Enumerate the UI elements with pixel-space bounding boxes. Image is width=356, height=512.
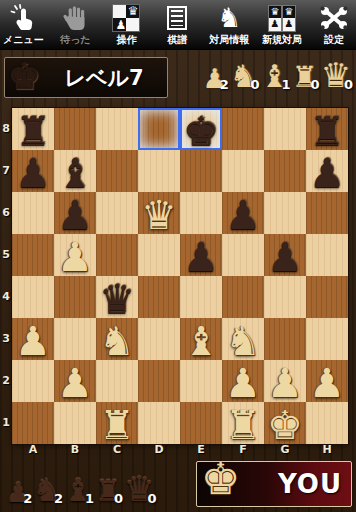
piece-black-pawn-h7[interactable]: ♟	[306, 152, 348, 194]
captured-count: 2	[54, 491, 63, 506]
rank-label-6: 6	[0, 192, 12, 234]
square-f8[interactable]	[222, 108, 264, 150]
captured-count: 0	[310, 77, 319, 92]
square-a6[interactable]	[12, 192, 54, 234]
toolbar-item-label: 操作	[116, 33, 136, 47]
square-e5[interactable]: ♟	[180, 234, 222, 276]
file-labels: ABCDEFGH	[12, 444, 356, 456]
square-h5[interactable]	[306, 234, 348, 276]
piece-black-queen-c4[interactable]: ♛	[96, 278, 138, 320]
piece-black-pawn-a7[interactable]: ♟	[12, 152, 54, 194]
captured-white-bishop: ♝1	[261, 61, 291, 92]
square-d2[interactable]	[138, 360, 180, 402]
square-d4[interactable]	[138, 276, 180, 318]
captured-count: 0	[251, 77, 260, 92]
piece-black-bishop-b7[interactable]: ♝	[54, 152, 96, 194]
rank-label-4: 4	[0, 276, 12, 318]
square-h7[interactable]: ♟	[306, 150, 348, 192]
rank-label-2: 2	[0, 360, 12, 402]
toolbar: メニュー待った♛♟操作棋譜♞対局情報♛♟♛♟新規対局設定	[0, 0, 356, 50]
square-c6[interactable]	[96, 192, 138, 234]
square-c7[interactable]	[96, 150, 138, 192]
square-f7[interactable]	[222, 150, 264, 192]
square-b8[interactable]	[54, 108, 96, 150]
piece-white-queen-d6[interactable]: ♛	[138, 194, 180, 236]
square-b1[interactable]	[54, 402, 96, 444]
square-b4[interactable]	[54, 276, 96, 318]
file-label-f: F	[222, 444, 264, 456]
document-lines-icon	[167, 3, 187, 33]
square-d3[interactable]	[138, 318, 180, 360]
opponent-level-box: ♚ レベル7	[4, 57, 168, 98]
piece-white-knight-c3[interactable]: ♞	[96, 320, 138, 362]
captured-count: 2	[23, 491, 32, 506]
knight-icon: ♞	[217, 3, 241, 33]
white-king-icon: ♚	[201, 457, 240, 501]
piece-black-king-e8[interactable]: ♚	[180, 110, 222, 152]
piece-black-pawn-e5[interactable]: ♟	[180, 236, 222, 278]
tools-icon	[319, 3, 349, 33]
captured-white-rook: ♜0	[291, 63, 319, 92]
square-c5[interactable]	[96, 234, 138, 276]
opponent-captured-tray: ♟2♞0♝1♜0♛0	[202, 58, 354, 92]
piece-black-pawn-f6[interactable]: ♟	[222, 194, 264, 236]
toolbar-item-game-record[interactable]: 棋譜	[158, 3, 196, 49]
piece-white-pawn-g2[interactable]: ♟	[264, 362, 306, 404]
square-e8[interactable]: ♚	[180, 108, 222, 150]
board-frame: 87654321 ♜♚♜♟♝♟♟♛♟♟♟♟♛♟♞♝♞♟♟♟♟♜♜♚ ABCDEF…	[0, 105, 356, 456]
captured-count: 0	[114, 491, 123, 506]
square-e2[interactable]	[180, 360, 222, 402]
captured-black-rook: ♜0	[95, 477, 123, 506]
toolbar-item-settings[interactable]: 設定	[315, 3, 353, 49]
square-b3[interactable]	[54, 318, 96, 360]
piece-white-rook-f1[interactable]: ♜	[222, 404, 264, 446]
player-you-box: ♚ YOU	[196, 461, 352, 507]
rank-label-8: 8	[0, 108, 12, 150]
opponent-level-label: レベル7	[41, 64, 167, 92]
file-label-g: G	[264, 444, 306, 456]
piece-black-pawn-b6[interactable]: ♟	[54, 194, 96, 236]
square-f3[interactable]: ♞	[222, 318, 264, 360]
square-g7[interactable]	[264, 150, 306, 192]
toolbar-item-label: 待った	[60, 33, 90, 47]
square-f4[interactable]	[222, 276, 264, 318]
square-e1[interactable]	[180, 402, 222, 444]
piece-black-rook-a8[interactable]: ♜	[12, 110, 54, 152]
square-b7[interactable]: ♝	[54, 150, 96, 192]
square-a4[interactable]	[12, 276, 54, 318]
captured-white-queen: ♛0	[320, 58, 353, 92]
captured-black-queen: ♛0	[124, 472, 157, 506]
square-f6[interactable]: ♟	[222, 192, 264, 234]
toolbar-item-label: 新規対局	[262, 33, 302, 47]
square-c3[interactable]: ♞	[96, 318, 138, 360]
rank-labels: 87654321	[0, 108, 12, 444]
square-e3[interactable]: ♝	[180, 318, 222, 360]
square-f5[interactable]	[222, 234, 264, 276]
captured-black-knight: ♞2	[33, 475, 63, 506]
captured-count: 0	[344, 77, 353, 92]
square-d7[interactable]	[138, 150, 180, 192]
square-g2[interactable]: ♟	[264, 360, 306, 402]
file-label-h: H	[306, 444, 348, 456]
square-c8[interactable]	[96, 108, 138, 150]
square-e7[interactable]	[180, 150, 222, 192]
file-label-e: E	[180, 444, 222, 456]
captured-white-knight: ♞0	[230, 61, 260, 92]
captured-white-pawn: ♟2	[202, 65, 228, 92]
captured-count: 2	[220, 77, 229, 92]
file-label-a: A	[12, 444, 54, 456]
square-d5[interactable]	[138, 234, 180, 276]
square-d8[interactable]	[138, 108, 180, 150]
square-c1[interactable]: ♜	[96, 402, 138, 444]
piece-white-rook-c1[interactable]: ♜	[96, 404, 138, 446]
square-d1[interactable]	[138, 402, 180, 444]
square-a2[interactable]	[12, 360, 54, 402]
square-c4[interactable]: ♛	[96, 276, 138, 318]
two-boards-icon: ♛♟♛♟	[269, 3, 295, 33]
square-b5[interactable]: ♟	[54, 234, 96, 276]
piece-white-pawn-b2[interactable]: ♟	[54, 362, 96, 404]
piece-black-pawn-g5[interactable]: ♟	[264, 236, 306, 278]
captured-count: 0	[147, 491, 156, 506]
piece-white-knight-f3[interactable]: ♞	[222, 320, 264, 362]
square-g3[interactable]	[264, 318, 306, 360]
piece-white-pawn-h2[interactable]: ♟	[306, 362, 348, 404]
toolbar-item-label: 設定	[324, 33, 344, 47]
rank-label-7: 7	[0, 150, 12, 192]
player-captured-tray: ♟2♞2♝1♜0♛0	[6, 472, 158, 506]
black-king-icon: ♚	[7, 56, 41, 96]
board-pieces-icon: ♛♟	[113, 3, 139, 33]
square-g6[interactable]	[264, 192, 306, 234]
square-h6[interactable]	[306, 192, 348, 234]
chess-board: ♜♚♜♟♝♟♟♛♟♟♟♟♛♟♞♝♞♟♟♟♟♜♜♚	[12, 108, 348, 444]
player-info-bar: ♟2♞2♝1♜0♛0 ♚ YOU	[0, 456, 356, 512]
square-a3[interactable]: ♟	[12, 318, 54, 360]
square-h3[interactable]	[306, 318, 348, 360]
square-c2[interactable]	[96, 360, 138, 402]
square-a1[interactable]	[12, 402, 54, 444]
square-e6[interactable]	[180, 192, 222, 234]
captured-count: 1	[85, 491, 94, 506]
rank-label-1: 1	[0, 402, 12, 444]
toolbar-item-new-game[interactable]: ♛♟♛♟新規対局	[262, 3, 302, 49]
piece-white-pawn-f2[interactable]: ♟	[222, 362, 264, 404]
square-a5[interactable]	[12, 234, 54, 276]
rank-label-3: 3	[0, 318, 12, 360]
captured-black-pawn: ♟2	[6, 479, 32, 506]
player-label: YOU	[240, 469, 351, 499]
file-label-c: C	[96, 444, 138, 456]
square-a7[interactable]: ♟	[12, 150, 54, 192]
square-g4[interactable]	[264, 276, 306, 318]
square-e4[interactable]	[180, 276, 222, 318]
toolbar-item-menu[interactable]: メニュー	[3, 3, 44, 49]
square-h1[interactable]	[306, 402, 348, 444]
toolbar-item-label: メニュー	[3, 33, 44, 47]
file-label-d: D	[138, 444, 180, 456]
square-f1[interactable]: ♜	[222, 402, 264, 444]
square-d6[interactable]: ♛	[138, 192, 180, 234]
square-h8[interactable]: ♜	[306, 108, 348, 150]
square-h4[interactable]	[306, 276, 348, 318]
piece-white-king-g1[interactable]: ♚	[264, 404, 306, 446]
square-g5[interactable]: ♟	[264, 234, 306, 276]
piece-white-bishop-e3[interactable]: ♝	[180, 320, 222, 362]
rank-label-5: 5	[0, 234, 12, 276]
square-b2[interactable]: ♟	[54, 360, 96, 402]
toolbar-item-label: 対局情報	[209, 33, 249, 47]
piece-black-rook-h8[interactable]: ♜	[306, 110, 348, 152]
square-h2[interactable]: ♟	[306, 360, 348, 402]
tap-cursor-icon	[10, 3, 36, 33]
toolbar-item-label: 棋譜	[167, 33, 187, 47]
file-label-b: B	[54, 444, 96, 456]
opponent-info-bar: ♚ レベル7 ♟2♞0♝1♜0♛0	[0, 50, 356, 105]
square-g8[interactable]	[264, 108, 306, 150]
toolbar-item-game-info[interactable]: ♞対局情報	[209, 3, 249, 49]
square-g1[interactable]: ♚	[264, 402, 306, 444]
hand-stop-icon	[63, 3, 89, 33]
toolbar-item-undo[interactable]: 待った	[57, 3, 95, 49]
toolbar-item-operation[interactable]: ♛♟操作	[107, 3, 145, 49]
square-a8[interactable]: ♜	[12, 108, 54, 150]
captured-black-bishop: ♝1	[64, 475, 94, 506]
piece-white-pawn-b5[interactable]: ♟	[54, 236, 96, 278]
square-f2[interactable]: ♟	[222, 360, 264, 402]
square-b6[interactable]: ♟	[54, 192, 96, 234]
piece-white-pawn-a3[interactable]: ♟	[12, 320, 54, 362]
captured-count: 1	[281, 77, 290, 92]
